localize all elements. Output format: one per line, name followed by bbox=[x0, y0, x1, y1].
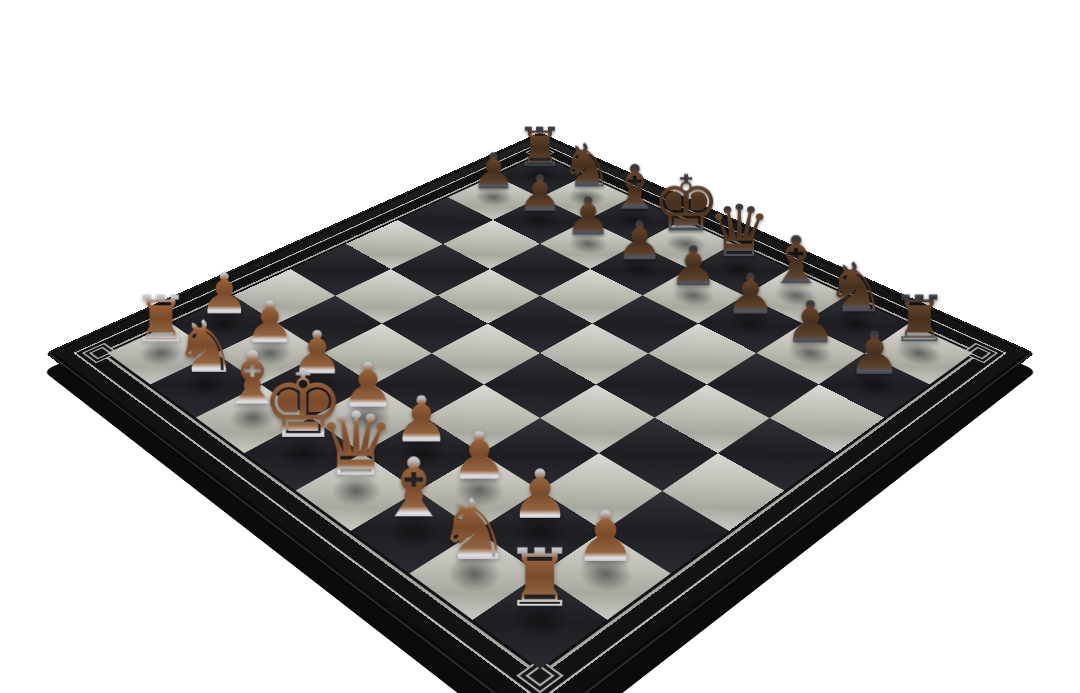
chess-board-3d: ♜♞♝♚♛♝♞♜♟♟♟♟♟♟♟♟♟♟♟♟♟♟♟♟♜♞♝♚♛♝♞♜ bbox=[45, 132, 1035, 693]
square-h1[interactable]: ♜ bbox=[472, 573, 607, 668]
outer-silver-pinstripe: ♜♞♝♚♛♝♞♜♟♟♟♟♟♟♟♟♟♟♟♟♟♟♟♟♜♞♝♚♛♝♞♜ bbox=[73, 142, 1006, 693]
pawn-glyph: ♟ bbox=[848, 322, 902, 382]
chess-grid: ♜♞♝♚♛♝♞♜♟♟♟♟♟♟♟♟♟♟♟♟♟♟♟♟♜♞♝♚♛♝♞♜ bbox=[107, 155, 972, 669]
square-h4[interactable] bbox=[662, 452, 784, 530]
piece-white-rook[interactable]: ♜ bbox=[465, 492, 615, 617]
square-d5[interactable] bbox=[487, 295, 592, 353]
playing-field-border: ♜♞♝♚♛♝♞♜♟♟♟♟♟♟♟♟♟♟♟♟♟♟♟♟♜♞♝♚♛♝♞♜ bbox=[99, 151, 981, 676]
chess-set-photo: ♜♞♝♚♛♝♞♜♟♟♟♟♟♟♟♟♟♟♟♟♟♟♟♟♜♞♝♚♛♝♞♜ bbox=[0, 0, 1080, 693]
piece-black-pawn[interactable]: ♟ bbox=[813, 279, 937, 382]
board-frame: ♜♞♝♚♛♝♞♜♟♟♟♟♟♟♟♟♟♟♟♟♟♟♟♟♜♞♝♚♛♝♞♜ bbox=[45, 132, 1035, 693]
rook-glyph: ♜ bbox=[504, 537, 576, 617]
